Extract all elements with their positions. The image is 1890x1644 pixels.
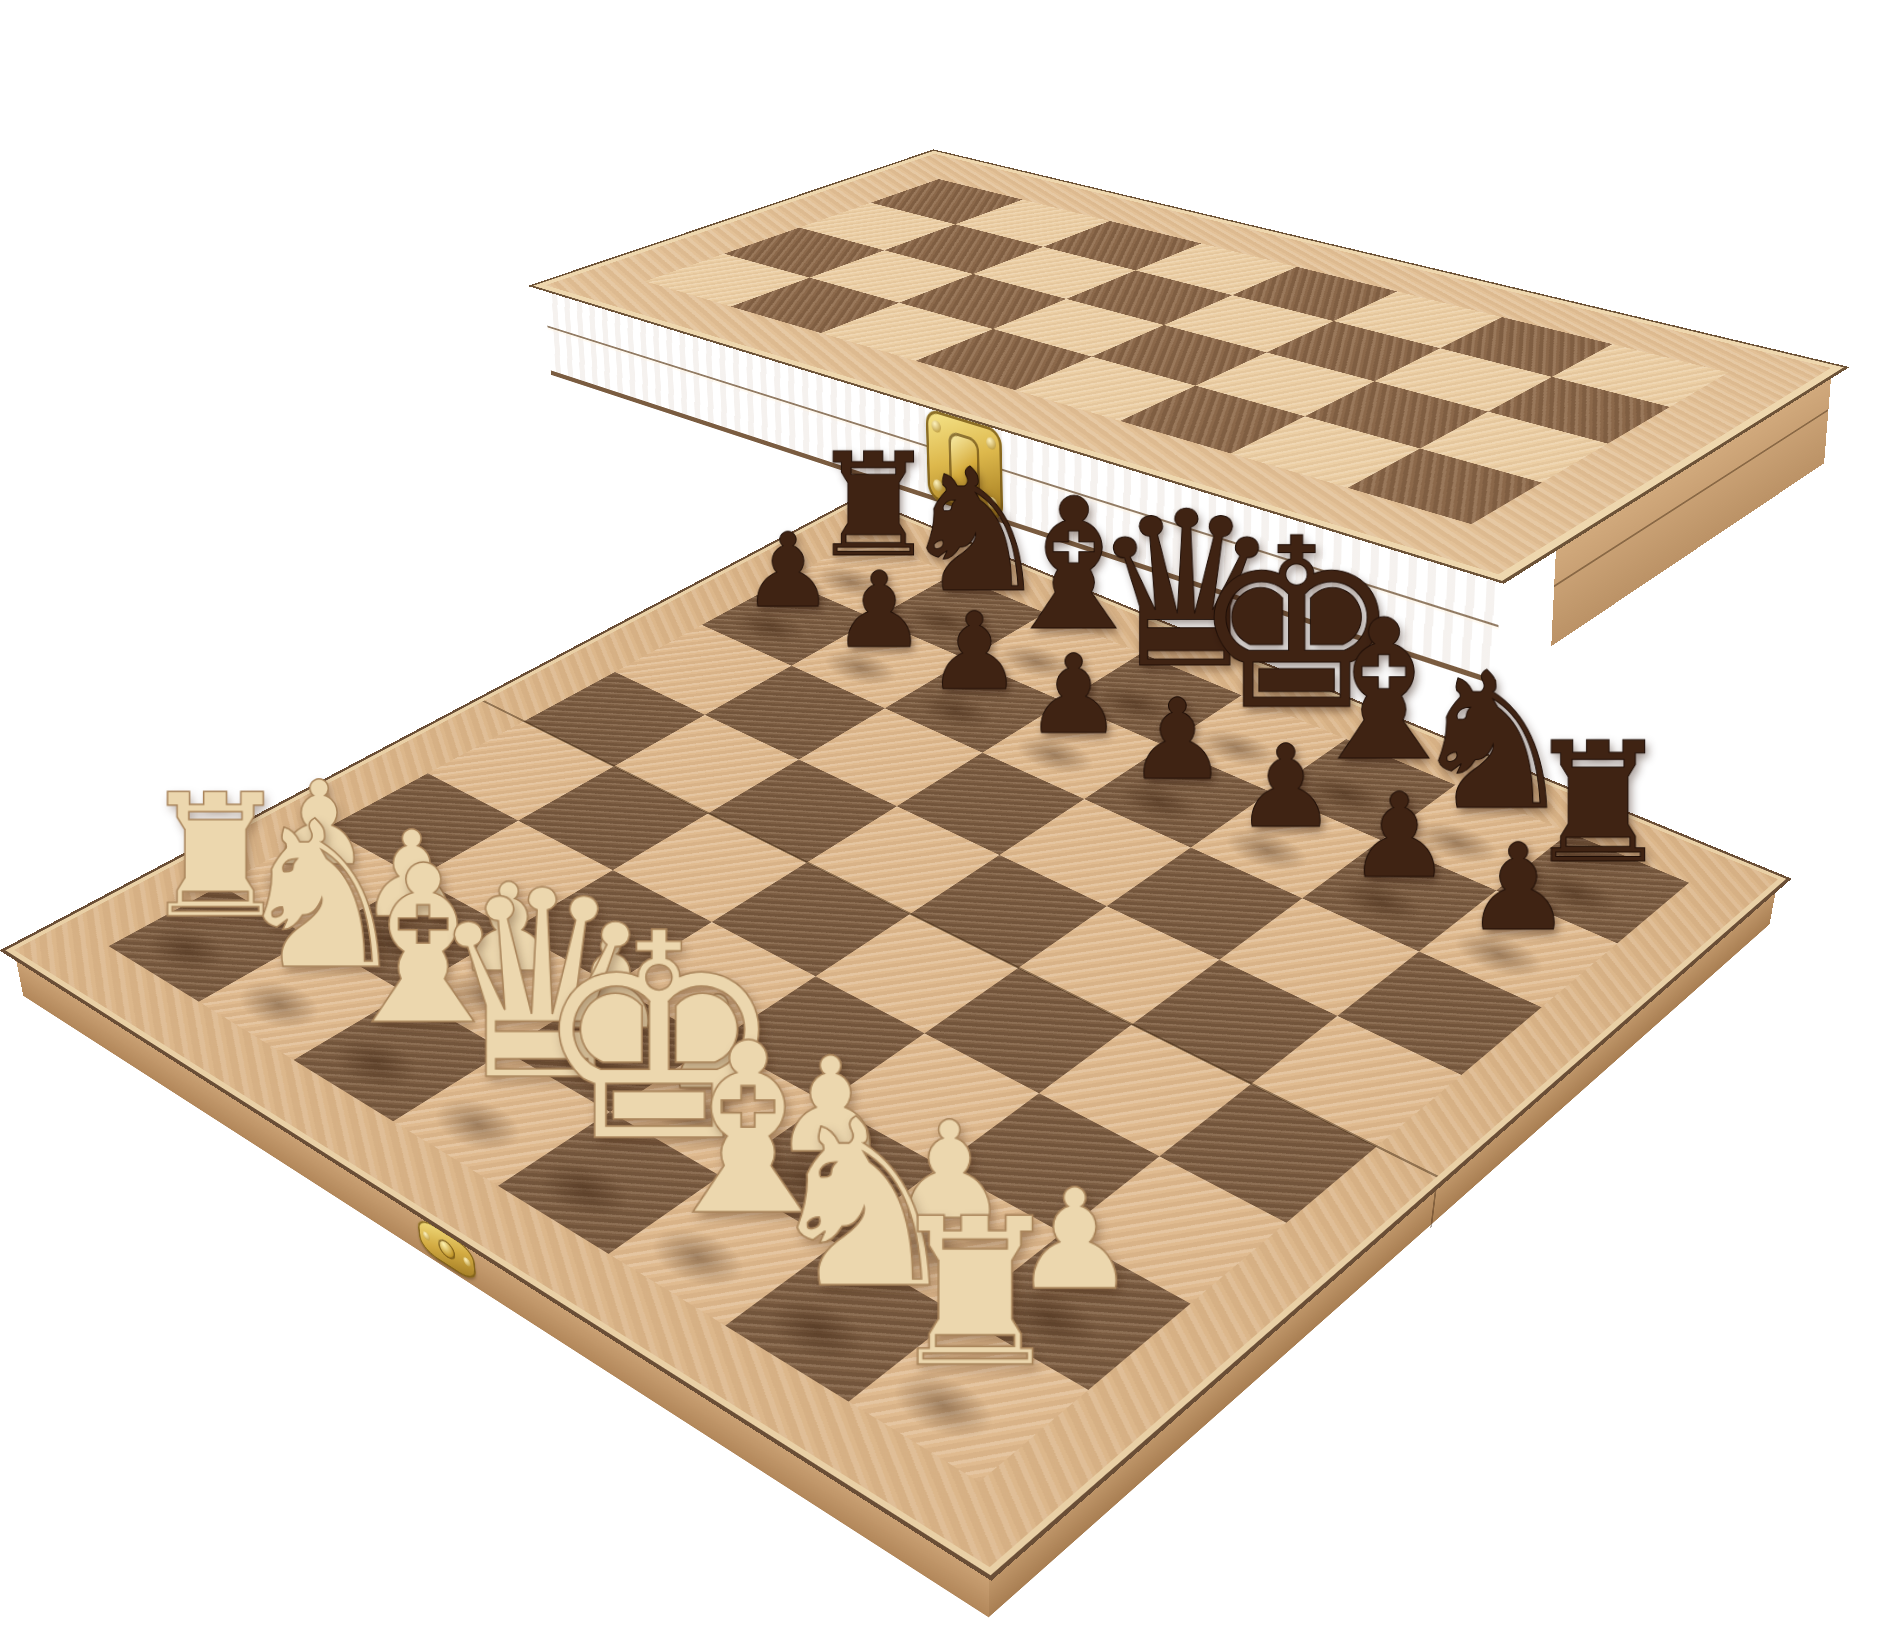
closed-storage-box: [0, 0, 1890, 1644]
latch-hook: [948, 430, 980, 501]
product-photo-stage: ♜♞♝♛♚♝♞♜♟♟♟♟♟♟♟♟♟♟♟♟♟♟♟♟♜♞♝♛♚♝♞♜: [0, 0, 1890, 1644]
box-3d-body: [546, 154, 1831, 575]
box-lid-square: [1552, 344, 1728, 407]
box-lid-checker-grid: [645, 179, 1728, 524]
box-lid-square: [1164, 295, 1334, 352]
